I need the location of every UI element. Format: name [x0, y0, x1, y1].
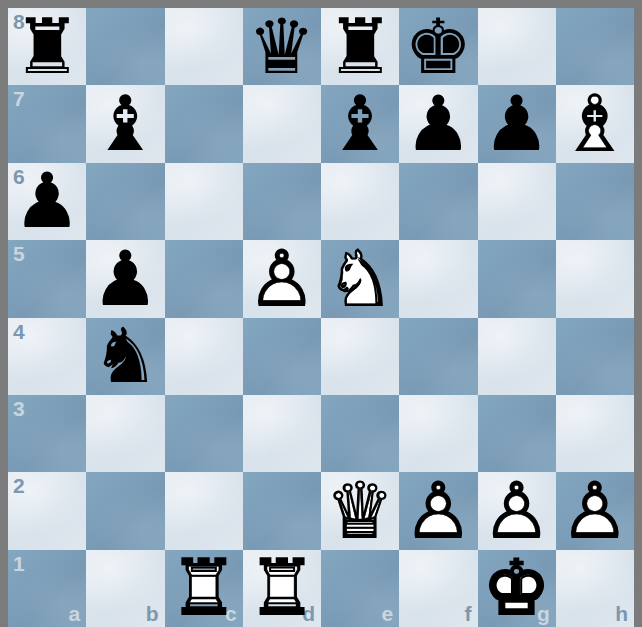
piece-black-bishop[interactable]: ♝ [86, 85, 164, 162]
square-d6[interactable] [243, 163, 321, 240]
square-e8[interactable]: ♜ [321, 8, 399, 85]
square-b6[interactable] [86, 163, 164, 240]
piece-white-pawn[interactable]: ♟♙ [399, 472, 477, 549]
piece-white-rook[interactable]: ♜♖ [165, 550, 243, 627]
square-d8[interactable]: ♛ [243, 8, 321, 85]
square-d1[interactable]: d♜♖ [243, 550, 321, 627]
square-b3[interactable] [86, 395, 164, 472]
square-g2[interactable]: ♟♙ [478, 472, 556, 549]
square-b1[interactable]: b [86, 550, 164, 627]
chess-board: 8♜♛♜♚7♝♝♟♟♝♗6♟5♟♟♙♞♘4♞32♛♕♟♙♟♙♟♙1abc♜♖d♜… [8, 8, 634, 627]
square-h5[interactable] [556, 240, 634, 317]
square-e5[interactable]: ♞♘ [321, 240, 399, 317]
square-c7[interactable] [165, 85, 243, 162]
file-label-b: b [146, 603, 159, 624]
square-a4[interactable]: 4 [8, 318, 86, 395]
piece-black-queen[interactable]: ♛ [243, 8, 321, 85]
white-piece-outline-glyph: ♙ [399, 472, 477, 549]
file-label-f: f [465, 603, 472, 624]
white-piece-outline-glyph: ♙ [556, 472, 634, 549]
square-d4[interactable] [243, 318, 321, 395]
piece-black-bishop[interactable]: ♝ [321, 85, 399, 162]
square-f5[interactable] [399, 240, 477, 317]
square-g1[interactable]: g♚♔ [478, 550, 556, 627]
piece-black-pawn[interactable]: ♟ [8, 163, 86, 240]
piece-black-pawn[interactable]: ♟ [399, 85, 477, 162]
piece-white-king[interactable]: ♚♔ [478, 550, 556, 627]
rank-label-7: 7 [13, 88, 25, 109]
square-d7[interactable] [243, 85, 321, 162]
square-g7[interactable]: ♟ [478, 85, 556, 162]
black-piece-glyph: ♟ [478, 85, 556, 162]
square-d5[interactable]: ♟♙ [243, 240, 321, 317]
square-a8[interactable]: 8♜ [8, 8, 86, 85]
square-d2[interactable] [243, 472, 321, 549]
piece-white-pawn[interactable]: ♟♙ [478, 472, 556, 549]
square-e1[interactable]: e [321, 550, 399, 627]
black-piece-glyph: ♚ [399, 8, 477, 85]
white-piece-outline-glyph: ♘ [321, 240, 399, 317]
square-g5[interactable] [478, 240, 556, 317]
square-d3[interactable] [243, 395, 321, 472]
board-frame: 8♜♛♜♚7♝♝♟♟♝♗6♟5♟♟♙♞♘4♞32♛♕♟♙♟♙♟♙1abc♜♖d♜… [0, 0, 642, 627]
black-piece-glyph: ♟ [8, 163, 86, 240]
black-piece-glyph: ♜ [8, 8, 86, 85]
white-piece-outline-glyph: ♔ [478, 550, 556, 627]
square-g6[interactable] [478, 163, 556, 240]
rank-label-1: 1 [13, 553, 25, 574]
piece-black-pawn[interactable]: ♟ [478, 85, 556, 162]
square-c4[interactable] [165, 318, 243, 395]
piece-white-pawn[interactable]: ♟♙ [556, 472, 634, 549]
square-f6[interactable] [399, 163, 477, 240]
white-piece-outline-glyph: ♗ [556, 85, 634, 162]
black-piece-glyph: ♝ [321, 85, 399, 162]
square-b2[interactable] [86, 472, 164, 549]
black-piece-glyph: ♜ [321, 8, 399, 85]
square-h2[interactable]: ♟♙ [556, 472, 634, 549]
piece-black-pawn[interactable]: ♟ [86, 240, 164, 317]
square-f8[interactable]: ♚ [399, 8, 477, 85]
square-b8[interactable] [86, 8, 164, 85]
square-h6[interactable] [556, 163, 634, 240]
square-h1[interactable]: h [556, 550, 634, 627]
square-c6[interactable] [165, 163, 243, 240]
square-h7[interactable]: ♝♗ [556, 85, 634, 162]
piece-white-queen[interactable]: ♛♕ [321, 472, 399, 549]
piece-white-knight[interactable]: ♞♘ [321, 240, 399, 317]
square-c1[interactable]: c♜♖ [165, 550, 243, 627]
square-a6[interactable]: 6♟ [8, 163, 86, 240]
white-piece-outline-glyph: ♖ [165, 550, 243, 627]
black-piece-glyph: ♝ [86, 85, 164, 162]
square-a1[interactable]: 1a [8, 550, 86, 627]
piece-black-knight[interactable]: ♞ [86, 318, 164, 395]
square-c2[interactable] [165, 472, 243, 549]
square-f4[interactable] [399, 318, 477, 395]
black-piece-glyph: ♟ [86, 240, 164, 317]
white-piece-outline-glyph: ♕ [321, 472, 399, 549]
square-e4[interactable] [321, 318, 399, 395]
square-g3[interactable] [478, 395, 556, 472]
file-label-e: e [382, 603, 394, 624]
square-a3[interactable]: 3 [8, 395, 86, 472]
square-g8[interactable] [478, 8, 556, 85]
square-e3[interactable] [321, 395, 399, 472]
square-e6[interactable] [321, 163, 399, 240]
square-f7[interactable]: ♟ [399, 85, 477, 162]
black-piece-glyph: ♟ [399, 85, 477, 162]
square-c8[interactable] [165, 8, 243, 85]
piece-black-rook[interactable]: ♜ [8, 8, 86, 85]
rank-label-5: 5 [13, 243, 25, 264]
piece-black-king[interactable]: ♚ [399, 8, 477, 85]
square-c5[interactable] [165, 240, 243, 317]
square-c3[interactable] [165, 395, 243, 472]
piece-white-bishop[interactable]: ♝♗ [556, 85, 634, 162]
rank-label-2: 2 [13, 475, 25, 496]
file-label-a: a [69, 603, 81, 624]
square-b7[interactable]: ♝ [86, 85, 164, 162]
white-piece-outline-glyph: ♙ [243, 240, 321, 317]
square-h8[interactable] [556, 8, 634, 85]
square-a7[interactable]: 7 [8, 85, 86, 162]
square-h3[interactable] [556, 395, 634, 472]
square-h4[interactable] [556, 318, 634, 395]
black-piece-glyph: ♛ [243, 8, 321, 85]
piece-black-rook[interactable]: ♜ [321, 8, 399, 85]
piece-white-pawn[interactable]: ♟♙ [243, 240, 321, 317]
rank-label-4: 4 [13, 321, 25, 342]
square-e7[interactable]: ♝ [321, 85, 399, 162]
square-b5[interactable]: ♟ [86, 240, 164, 317]
square-e2[interactable]: ♛♕ [321, 472, 399, 549]
rank-label-3: 3 [13, 398, 25, 419]
square-b4[interactable]: ♞ [86, 318, 164, 395]
file-label-h: h [615, 603, 628, 624]
square-f3[interactable] [399, 395, 477, 472]
square-a2[interactable]: 2 [8, 472, 86, 549]
square-f2[interactable]: ♟♙ [399, 472, 477, 549]
piece-white-rook[interactable]: ♜♖ [243, 550, 321, 627]
black-piece-glyph: ♞ [86, 318, 164, 395]
square-a5[interactable]: 5 [8, 240, 86, 317]
square-f1[interactable]: f [399, 550, 477, 627]
white-piece-outline-glyph: ♖ [243, 550, 321, 627]
white-piece-outline-glyph: ♙ [478, 472, 556, 549]
square-g4[interactable] [478, 318, 556, 395]
